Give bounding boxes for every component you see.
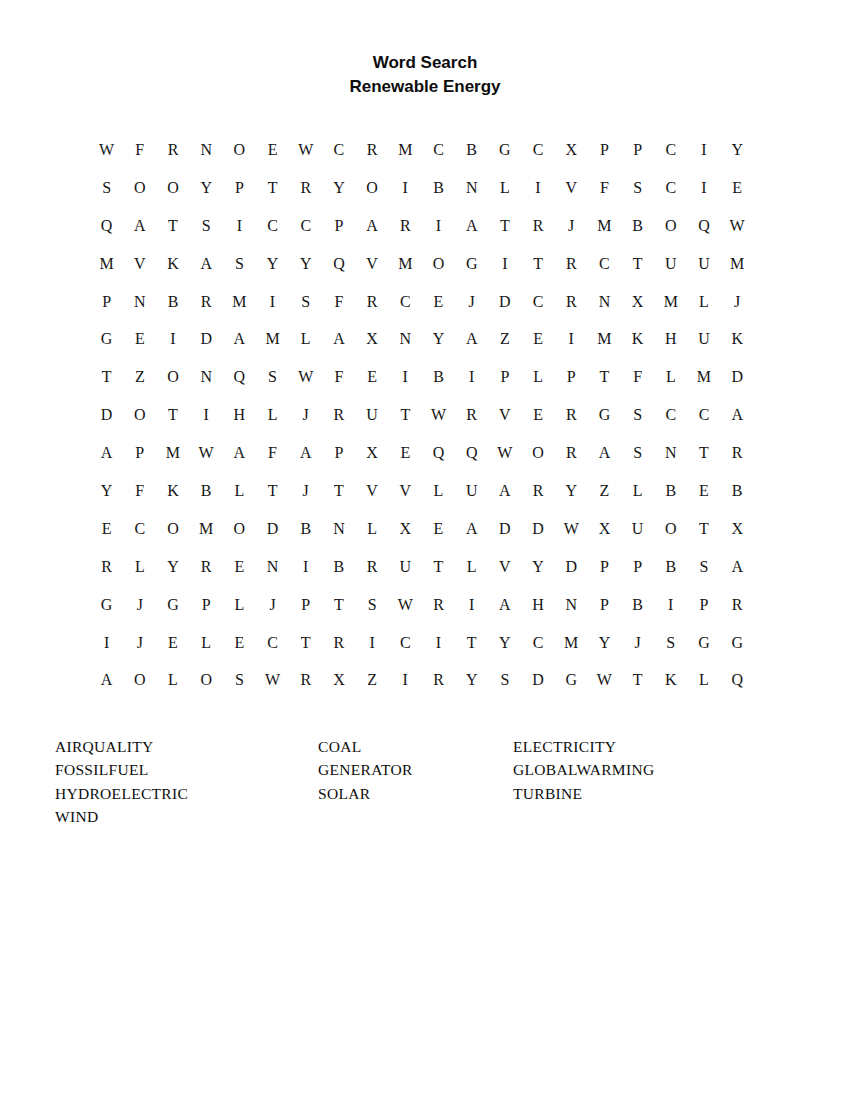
grid-cell-r4-c10: M bbox=[389, 245, 422, 283]
grid-cell-r12-c10: U bbox=[389, 548, 422, 586]
grid-cell-r15-c1: A bbox=[90, 661, 123, 699]
grid-cell-r8-c7: J bbox=[289, 396, 322, 434]
grid-cell-r14-c8: R bbox=[322, 624, 355, 662]
grid-cell-r10-c4: B bbox=[190, 472, 223, 510]
grid-cell-r2-c1: S bbox=[90, 169, 123, 207]
grid-cell-r8-c12: R bbox=[455, 396, 488, 434]
grid-cell-r4-c16: C bbox=[588, 245, 621, 283]
grid-cell-r12-c15: D bbox=[555, 548, 588, 586]
grid-cell-r1-c18: C bbox=[654, 131, 687, 169]
grid-cell-r12-c7: I bbox=[289, 548, 322, 586]
grid-cell-r9-c15: R bbox=[555, 434, 588, 472]
grid-cell-r3-c16: M bbox=[588, 207, 621, 245]
grid-cell-r9-c1: A bbox=[90, 434, 123, 472]
grid-cell-r14-c15: M bbox=[555, 624, 588, 662]
grid-cell-r7-c1: T bbox=[90, 358, 123, 396]
word-list-item: HYDROELECTRIC bbox=[55, 782, 188, 805]
grid-cell-r10-c5: L bbox=[223, 472, 256, 510]
grid-cell-r13-c15: N bbox=[555, 586, 588, 624]
grid-cell-r9-c2: P bbox=[123, 434, 156, 472]
grid-cell-r5-c20: J bbox=[721, 283, 754, 321]
grid-cell-r15-c2: O bbox=[123, 661, 156, 699]
grid-cell-r12-c9: R bbox=[356, 548, 389, 586]
grid-cell-r11-c20: X bbox=[721, 510, 754, 548]
grid-cell-r6-c15: I bbox=[555, 320, 588, 358]
grid-cell-r1-c6: E bbox=[256, 131, 289, 169]
grid-cell-r8-c19: C bbox=[687, 396, 720, 434]
grid-cell-r6-c17: K bbox=[621, 320, 654, 358]
grid-cell-r7-c14: L bbox=[521, 358, 554, 396]
grid-cell-r14-c12: T bbox=[455, 624, 488, 662]
word-list-item: WIND bbox=[55, 805, 188, 828]
grid-cell-r9-c11: Q bbox=[422, 434, 455, 472]
grid-cell-r8-c3: T bbox=[156, 396, 189, 434]
grid-cell-r4-c18: U bbox=[654, 245, 687, 283]
grid-cell-r2-c20: E bbox=[721, 169, 754, 207]
grid-cell-r4-c2: V bbox=[123, 245, 156, 283]
grid-cell-r9-c14: O bbox=[521, 434, 554, 472]
grid-cell-r15-c20: Q bbox=[721, 661, 754, 699]
grid-cell-r12-c6: N bbox=[256, 548, 289, 586]
grid-cell-r4-c19: U bbox=[687, 245, 720, 283]
grid-cell-r9-c9: X bbox=[356, 434, 389, 472]
grid-cell-r4-c12: G bbox=[455, 245, 488, 283]
grid-cell-r3-c13: T bbox=[488, 207, 521, 245]
grid-cell-r3-c1: Q bbox=[90, 207, 123, 245]
grid-cell-r13-c5: L bbox=[223, 586, 256, 624]
grid-cell-r3-c17: B bbox=[621, 207, 654, 245]
grid-cell-r11-c19: T bbox=[687, 510, 720, 548]
grid-cell-r7-c3: O bbox=[156, 358, 189, 396]
grid-cell-r4-c3: K bbox=[156, 245, 189, 283]
grid-cell-r10-c6: T bbox=[256, 472, 289, 510]
grid-cell-r12-c12: L bbox=[455, 548, 488, 586]
grid-cell-r4-c6: Y bbox=[256, 245, 289, 283]
grid-cell-r8-c20: A bbox=[721, 396, 754, 434]
grid-cell-r7-c7: W bbox=[289, 358, 322, 396]
grid-cell-r12-c20: A bbox=[721, 548, 754, 586]
grid-cell-r6-c7: L bbox=[289, 320, 322, 358]
grid-cell-r7-c11: B bbox=[422, 358, 455, 396]
grid-cell-r3-c8: P bbox=[322, 207, 355, 245]
grid-cell-r15-c11: R bbox=[422, 661, 455, 699]
grid-cell-r9-c13: W bbox=[488, 434, 521, 472]
grid-cell-r4-c13: I bbox=[488, 245, 521, 283]
grid-cell-r6-c8: A bbox=[322, 320, 355, 358]
grid-cell-r8-c5: H bbox=[223, 396, 256, 434]
grid-cell-r8-c17: S bbox=[621, 396, 654, 434]
grid-cell-r13-c7: P bbox=[289, 586, 322, 624]
grid-cell-r1-c3: R bbox=[156, 131, 189, 169]
grid-cell-r11-c8: N bbox=[322, 510, 355, 548]
grid-cell-r7-c4: N bbox=[190, 358, 223, 396]
word-list-item: SOLAR bbox=[318, 782, 413, 805]
grid-cell-r1-c8: C bbox=[322, 131, 355, 169]
grid-cell-r10-c10: V bbox=[389, 472, 422, 510]
grid-cell-r10-c17: L bbox=[621, 472, 654, 510]
grid-cell-r1-c17: P bbox=[621, 131, 654, 169]
grid-cell-r10-c3: K bbox=[156, 472, 189, 510]
grid-cell-r5-c16: N bbox=[588, 283, 621, 321]
grid-cell-r13-c9: S bbox=[356, 586, 389, 624]
grid-cell-r2-c4: Y bbox=[190, 169, 223, 207]
grid-cell-r13-c1: G bbox=[90, 586, 123, 624]
grid-cell-r1-c11: C bbox=[422, 131, 455, 169]
grid-cell-r4-c8: Q bbox=[322, 245, 355, 283]
grid-cell-r2-c2: O bbox=[123, 169, 156, 207]
grid-cell-r11-c7: B bbox=[289, 510, 322, 548]
grid-cell-r1-c4: N bbox=[190, 131, 223, 169]
grid-cell-r12-c4: R bbox=[190, 548, 223, 586]
grid-cell-r12-c19: S bbox=[687, 548, 720, 586]
grid-cell-r10-c8: T bbox=[322, 472, 355, 510]
grid-cell-r5-c2: N bbox=[123, 283, 156, 321]
grid-cell-r9-c12: Q bbox=[455, 434, 488, 472]
grid-cell-r9-c7: A bbox=[289, 434, 322, 472]
grid-cell-r13-c18: I bbox=[654, 586, 687, 624]
grid-cell-r7-c5: Q bbox=[223, 358, 256, 396]
grid-cell-r11-c13: D bbox=[488, 510, 521, 548]
word-search-page: Word Search Renewable Energy WFRNOEWCRMC… bbox=[0, 0, 850, 1100]
grid-cell-r10-c19: E bbox=[687, 472, 720, 510]
grid-cell-r14-c9: I bbox=[356, 624, 389, 662]
grid-cell-r5-c12: J bbox=[455, 283, 488, 321]
word-list-column-2: COALGENERATORSOLAR bbox=[318, 735, 413, 805]
grid-cell-r11-c1: E bbox=[90, 510, 123, 548]
word-list: AIRQUALITYFOSSILFUELHYDROELECTRICWIND CO… bbox=[55, 735, 795, 835]
grid-cell-r8-c6: L bbox=[256, 396, 289, 434]
puzzle-title-line2: Renewable Energy bbox=[0, 75, 850, 99]
grid-cell-r15-c17: T bbox=[621, 661, 654, 699]
grid-cell-r14-c10: C bbox=[389, 624, 422, 662]
grid-cell-r5-c8: F bbox=[322, 283, 355, 321]
word-list-item: TURBINE bbox=[513, 782, 654, 805]
grid-cell-r7-c18: L bbox=[654, 358, 687, 396]
grid-cell-r6-c16: M bbox=[588, 320, 621, 358]
grid-cell-r1-c19: I bbox=[687, 131, 720, 169]
grid-cell-r3-c19: Q bbox=[687, 207, 720, 245]
grid-cell-r8-c14: E bbox=[521, 396, 554, 434]
grid-cell-r13-c19: P bbox=[687, 586, 720, 624]
grid-cell-r13-c8: T bbox=[322, 586, 355, 624]
grid-cell-r6-c14: E bbox=[521, 320, 554, 358]
grid-cell-r5-c3: B bbox=[156, 283, 189, 321]
grid-cell-r5-c6: I bbox=[256, 283, 289, 321]
grid-cell-r6-c5: A bbox=[223, 320, 256, 358]
grid-cell-r2-c19: I bbox=[687, 169, 720, 207]
grid-cell-r2-c6: T bbox=[256, 169, 289, 207]
grid-cell-r5-c10: C bbox=[389, 283, 422, 321]
grid-cell-r14-c14: C bbox=[521, 624, 554, 662]
word-list-item: COAL bbox=[318, 735, 413, 758]
grid-cell-r4-c11: O bbox=[422, 245, 455, 283]
grid-cell-r14-c4: L bbox=[190, 624, 223, 662]
grid-cell-r1-c2: F bbox=[123, 131, 156, 169]
grid-cell-r14-c17: J bbox=[621, 624, 654, 662]
grid-cell-r8-c16: G bbox=[588, 396, 621, 434]
grid-cell-r15-c7: R bbox=[289, 661, 322, 699]
grid-cell-r7-c17: F bbox=[621, 358, 654, 396]
grid-cell-r14-c19: G bbox=[687, 624, 720, 662]
grid-cell-r11-c15: W bbox=[555, 510, 588, 548]
grid-cell-r8-c4: I bbox=[190, 396, 223, 434]
grid-cell-r2-c17: S bbox=[621, 169, 654, 207]
grid-cell-r14-c3: E bbox=[156, 624, 189, 662]
grid-cell-r5-c18: M bbox=[654, 283, 687, 321]
grid-cell-r15-c14: D bbox=[521, 661, 554, 699]
grid-cell-r5-c13: D bbox=[488, 283, 521, 321]
grid-cell-r15-c9: Z bbox=[356, 661, 389, 699]
grid-cell-r2-c15: V bbox=[555, 169, 588, 207]
grid-cell-r7-c16: T bbox=[588, 358, 621, 396]
grid-cell-r7-c6: S bbox=[256, 358, 289, 396]
grid-cell-r8-c18: C bbox=[654, 396, 687, 434]
grid-cell-r10-c18: B bbox=[654, 472, 687, 510]
grid-cell-r6-c18: H bbox=[654, 320, 687, 358]
grid-cell-r3-c3: T bbox=[156, 207, 189, 245]
grid-cell-r14-c6: C bbox=[256, 624, 289, 662]
grid-cell-r13-c3: G bbox=[156, 586, 189, 624]
grid-cell-r10-c9: V bbox=[356, 472, 389, 510]
grid-cell-r4-c17: T bbox=[621, 245, 654, 283]
grid-cell-r6-c12: A bbox=[455, 320, 488, 358]
grid-cell-r3-c10: R bbox=[389, 207, 422, 245]
grid-cell-r8-c1: D bbox=[90, 396, 123, 434]
grid-cell-r2-c11: B bbox=[422, 169, 455, 207]
grid-cell-r7-c10: I bbox=[389, 358, 422, 396]
grid-cell-r4-c14: T bbox=[521, 245, 554, 283]
grid-cell-r13-c13: A bbox=[488, 586, 521, 624]
grid-cell-r6-c9: X bbox=[356, 320, 389, 358]
grid-cell-r2-c10: I bbox=[389, 169, 422, 207]
grid-cell-r11-c18: O bbox=[654, 510, 687, 548]
grid-cell-r4-c4: A bbox=[190, 245, 223, 283]
grid-cell-r7-c8: F bbox=[322, 358, 355, 396]
grid-cell-r12-c16: P bbox=[588, 548, 621, 586]
grid-cell-r12-c2: L bbox=[123, 548, 156, 586]
grid-cell-r4-c20: M bbox=[721, 245, 754, 283]
grid-cell-r11-c9: L bbox=[356, 510, 389, 548]
grid-cell-r2-c18: C bbox=[654, 169, 687, 207]
grid-cell-r9-c16: A bbox=[588, 434, 621, 472]
grid-cell-r10-c14: R bbox=[521, 472, 554, 510]
grid-cell-r2-c9: O bbox=[356, 169, 389, 207]
grid-cell-r14-c20: G bbox=[721, 624, 754, 662]
grid-cell-r15-c16: W bbox=[588, 661, 621, 699]
grid-cell-r12-c1: R bbox=[90, 548, 123, 586]
grid-cell-r4-c9: V bbox=[356, 245, 389, 283]
grid-cell-r11-c2: C bbox=[123, 510, 156, 548]
grid-cell-r4-c1: M bbox=[90, 245, 123, 283]
grid-cell-r2-c16: F bbox=[588, 169, 621, 207]
grid-cell-r12-c8: B bbox=[322, 548, 355, 586]
grid-cell-r9-c6: F bbox=[256, 434, 289, 472]
word-search-grid: WFRNOEWCRMCBGCXPPCIYSOOYPTRYOIBNLIVFSCIE… bbox=[90, 131, 754, 699]
grid-cell-r15-c4: O bbox=[190, 661, 223, 699]
grid-cell-r6-c19: U bbox=[687, 320, 720, 358]
grid-cell-r7-c20: D bbox=[721, 358, 754, 396]
grid-cell-r4-c5: S bbox=[223, 245, 256, 283]
grid-cell-r5-c4: R bbox=[190, 283, 223, 321]
grid-cell-r6-c13: Z bbox=[488, 320, 521, 358]
word-list-item: AIRQUALITY bbox=[55, 735, 188, 758]
word-list-item: FOSSILFUEL bbox=[55, 758, 188, 781]
grid-cell-r13-c17: B bbox=[621, 586, 654, 624]
grid-cell-r3-c14: R bbox=[521, 207, 554, 245]
grid-cell-r10-c7: J bbox=[289, 472, 322, 510]
grid-cell-r3-c20: W bbox=[721, 207, 754, 245]
grid-cell-r7-c19: M bbox=[687, 358, 720, 396]
grid-cell-r3-c9: A bbox=[356, 207, 389, 245]
grid-cell-r7-c9: E bbox=[356, 358, 389, 396]
grid-cell-r7-c15: P bbox=[555, 358, 588, 396]
grid-cell-r1-c20: Y bbox=[721, 131, 754, 169]
grid-cell-r10-c12: U bbox=[455, 472, 488, 510]
grid-cell-r12-c18: B bbox=[654, 548, 687, 586]
grid-cell-r7-c13: P bbox=[488, 358, 521, 396]
grid-cell-r6-c6: M bbox=[256, 320, 289, 358]
grid-cell-r5-c1: P bbox=[90, 283, 123, 321]
grid-cell-r12-c5: E bbox=[223, 548, 256, 586]
word-list-column-3: ELECTRICITYGLOBALWARMINGTURBINE bbox=[513, 735, 654, 805]
grid-cell-r9-c10: E bbox=[389, 434, 422, 472]
grid-cell-r13-c4: P bbox=[190, 586, 223, 624]
grid-cell-r3-c5: I bbox=[223, 207, 256, 245]
grid-cell-r3-c6: C bbox=[256, 207, 289, 245]
grid-cell-r11-c16: X bbox=[588, 510, 621, 548]
grid-cell-r6-c4: D bbox=[190, 320, 223, 358]
grid-cell-r9-c19: T bbox=[687, 434, 720, 472]
grid-cell-r6-c10: N bbox=[389, 320, 422, 358]
grid-cell-r11-c12: A bbox=[455, 510, 488, 548]
grid-cell-r15-c15: G bbox=[555, 661, 588, 699]
grid-cell-r2-c13: L bbox=[488, 169, 521, 207]
grid-cell-r15-c3: L bbox=[156, 661, 189, 699]
grid-cell-r6-c3: I bbox=[156, 320, 189, 358]
grid-cell-r14-c5: E bbox=[223, 624, 256, 662]
grid-cell-r8-c2: O bbox=[123, 396, 156, 434]
grid-cell-r8-c10: T bbox=[389, 396, 422, 434]
grid-cell-r14-c7: T bbox=[289, 624, 322, 662]
grid-cell-r3-c11: I bbox=[422, 207, 455, 245]
grid-cell-r6-c11: Y bbox=[422, 320, 455, 358]
word-list-item: GENERATOR bbox=[318, 758, 413, 781]
grid-cell-r1-c15: X bbox=[555, 131, 588, 169]
grid-cell-r5-c15: R bbox=[555, 283, 588, 321]
grid-cell-r1-c7: W bbox=[289, 131, 322, 169]
grid-cell-r10-c20: B bbox=[721, 472, 754, 510]
grid-cell-r1-c9: R bbox=[356, 131, 389, 169]
grid-cell-r1-c1: W bbox=[90, 131, 123, 169]
grid-cell-r11-c14: D bbox=[521, 510, 554, 548]
grid-cell-r10-c16: Z bbox=[588, 472, 621, 510]
grid-cell-r8-c13: V bbox=[488, 396, 521, 434]
grid-cell-r9-c8: P bbox=[322, 434, 355, 472]
grid-cell-r6-c1: G bbox=[90, 320, 123, 358]
grid-cell-r11-c10: X bbox=[389, 510, 422, 548]
grid-cell-r2-c14: I bbox=[521, 169, 554, 207]
grid-cell-r1-c14: C bbox=[521, 131, 554, 169]
grid-cell-r8-c9: U bbox=[356, 396, 389, 434]
grid-cell-r8-c11: W bbox=[422, 396, 455, 434]
puzzle-title: Word Search Renewable Energy bbox=[0, 51, 850, 99]
grid-cell-r15-c10: I bbox=[389, 661, 422, 699]
grid-cell-r14-c16: Y bbox=[588, 624, 621, 662]
grid-cell-r3-c15: J bbox=[555, 207, 588, 245]
grid-cell-r5-c14: C bbox=[521, 283, 554, 321]
grid-cell-r13-c14: H bbox=[521, 586, 554, 624]
grid-cell-r15-c8: X bbox=[322, 661, 355, 699]
grid-cell-r6-c20: K bbox=[721, 320, 754, 358]
grid-cell-r14-c1: I bbox=[90, 624, 123, 662]
grid-cell-r1-c10: M bbox=[389, 131, 422, 169]
grid-cell-r13-c2: J bbox=[123, 586, 156, 624]
grid-cell-r5-c5: M bbox=[223, 283, 256, 321]
grid-cell-r6-c2: E bbox=[123, 320, 156, 358]
grid-cell-r12-c11: T bbox=[422, 548, 455, 586]
grid-cell-r10-c11: L bbox=[422, 472, 455, 510]
grid-cell-r2-c5: P bbox=[223, 169, 256, 207]
grid-cell-r1-c16: P bbox=[588, 131, 621, 169]
grid-cell-r5-c17: X bbox=[621, 283, 654, 321]
grid-cell-r2-c12: N bbox=[455, 169, 488, 207]
grid-cell-r9-c5: A bbox=[223, 434, 256, 472]
word-list-item: GLOBALWARMING bbox=[513, 758, 654, 781]
grid-cell-r4-c15: R bbox=[555, 245, 588, 283]
grid-cell-r12-c3: Y bbox=[156, 548, 189, 586]
grid-cell-r2-c7: R bbox=[289, 169, 322, 207]
grid-cell-r15-c18: K bbox=[654, 661, 687, 699]
grid-cell-r8-c15: R bbox=[555, 396, 588, 434]
grid-cell-r14-c11: I bbox=[422, 624, 455, 662]
grid-cell-r11-c5: O bbox=[223, 510, 256, 548]
grid-cell-r12-c14: Y bbox=[521, 548, 554, 586]
grid-cell-r1-c13: G bbox=[488, 131, 521, 169]
grid-cell-r5-c9: R bbox=[356, 283, 389, 321]
grid-cell-r1-c12: B bbox=[455, 131, 488, 169]
grid-cell-r11-c3: O bbox=[156, 510, 189, 548]
grid-cell-r15-c5: S bbox=[223, 661, 256, 699]
grid-cell-r3-c2: A bbox=[123, 207, 156, 245]
grid-cell-r9-c18: N bbox=[654, 434, 687, 472]
grid-cell-r15-c12: Y bbox=[455, 661, 488, 699]
grid-cell-r2-c8: Y bbox=[322, 169, 355, 207]
grid-cell-r13-c10: W bbox=[389, 586, 422, 624]
grid-cell-r11-c4: M bbox=[190, 510, 223, 548]
grid-cell-r10-c1: Y bbox=[90, 472, 123, 510]
grid-cell-r13-c16: P bbox=[588, 586, 621, 624]
grid-cell-r2-c3: O bbox=[156, 169, 189, 207]
grid-cell-r14-c2: J bbox=[123, 624, 156, 662]
grid-cell-r14-c18: S bbox=[654, 624, 687, 662]
grid-cell-r5-c7: S bbox=[289, 283, 322, 321]
grid-cell-r11-c11: E bbox=[422, 510, 455, 548]
grid-cell-r3-c7: C bbox=[289, 207, 322, 245]
grid-cell-r10-c15: Y bbox=[555, 472, 588, 510]
grid-cell-r10-c2: F bbox=[123, 472, 156, 510]
grid-cell-r9-c20: R bbox=[721, 434, 754, 472]
grid-cell-r5-c11: E bbox=[422, 283, 455, 321]
grid-cell-r3-c12: A bbox=[455, 207, 488, 245]
grid-cell-r11-c6: D bbox=[256, 510, 289, 548]
puzzle-title-line1: Word Search bbox=[0, 51, 850, 75]
word-list-item: ELECTRICITY bbox=[513, 735, 654, 758]
grid-cell-r7-c2: Z bbox=[123, 358, 156, 396]
grid-cell-r1-c5: O bbox=[223, 131, 256, 169]
grid-cell-r4-c7: Y bbox=[289, 245, 322, 283]
grid-cell-r11-c17: U bbox=[621, 510, 654, 548]
grid-cell-r9-c3: M bbox=[156, 434, 189, 472]
